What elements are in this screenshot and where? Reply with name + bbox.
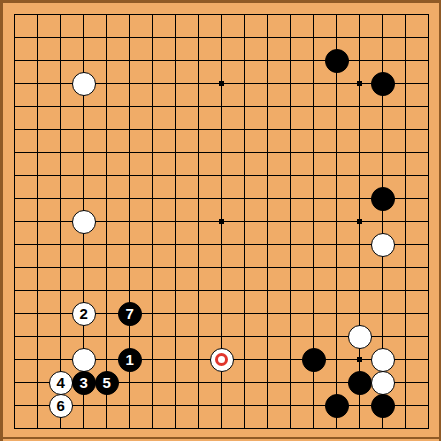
stone-white-D6: 2 bbox=[72, 302, 96, 326]
stone-black-E3: 5 bbox=[95, 371, 119, 395]
stone-black-F6: 7 bbox=[118, 302, 142, 326]
stone-black-P2 bbox=[325, 394, 349, 418]
move-number-label: 5 bbox=[103, 375, 111, 390]
stone-white-D4 bbox=[72, 348, 96, 372]
stone-white-Q5 bbox=[348, 325, 372, 349]
board-edge-left bbox=[0, 0, 3, 441]
stone-white-R4 bbox=[371, 348, 395, 372]
stone-white-R9 bbox=[371, 233, 395, 257]
move-number-label: 1 bbox=[126, 352, 134, 367]
board-edge-bottom bbox=[0, 437, 441, 439]
move-number-label: 2 bbox=[80, 306, 88, 321]
stone-black-O4 bbox=[302, 348, 326, 372]
move-number-label: 7 bbox=[126, 306, 134, 321]
stone-black-Q3 bbox=[348, 371, 372, 395]
red-circle-marker-icon bbox=[215, 353, 228, 366]
stone-white-C3: 4 bbox=[49, 371, 73, 395]
star-point bbox=[357, 357, 362, 362]
stone-white-C2: 6 bbox=[49, 394, 73, 418]
stone-black-R11 bbox=[371, 187, 395, 211]
star-point bbox=[357, 81, 362, 86]
stone-black-R2 bbox=[371, 394, 395, 418]
stone-white-D16 bbox=[72, 72, 96, 96]
star-point bbox=[219, 81, 224, 86]
stone-white-D10 bbox=[72, 210, 96, 234]
star-point bbox=[357, 219, 362, 224]
move-number-label: 4 bbox=[57, 375, 65, 390]
board-edge-top bbox=[0, 0, 441, 3]
stone-black-R16 bbox=[371, 72, 395, 96]
stone-white-K4 bbox=[210, 348, 234, 372]
star-point bbox=[219, 219, 224, 224]
stone-black-F4: 1 bbox=[118, 348, 142, 372]
move-number-label: 3 bbox=[80, 375, 88, 390]
stone-white-R3 bbox=[371, 371, 395, 395]
stone-black-P17 bbox=[325, 49, 349, 73]
move-number-label: 6 bbox=[57, 398, 65, 413]
go-board: 2714356 bbox=[0, 0, 441, 441]
stone-black-D3: 3 bbox=[72, 371, 96, 395]
